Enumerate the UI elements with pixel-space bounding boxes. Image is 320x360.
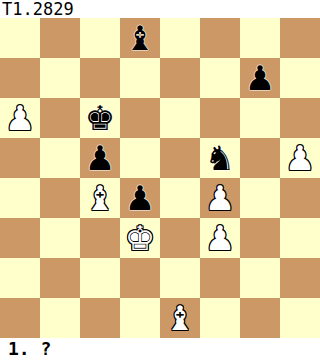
square-h8[interactable]: [280, 18, 320, 58]
chess-puzzle-window: T1.2829 ♝♟♟♚♟♞♟♝♟♟♚♟♝ 1. ?: [0, 0, 320, 360]
square-e7[interactable]: [160, 58, 200, 98]
white-king: ♚: [125, 218, 155, 258]
square-d2[interactable]: [120, 258, 160, 298]
square-c8[interactable]: [80, 18, 120, 58]
white-pawn: ♟: [5, 98, 35, 138]
square-e2[interactable]: [160, 258, 200, 298]
square-h6[interactable]: [280, 98, 320, 138]
chess-board: ♝♟♟♚♟♞♟♝♟♟♚♟♝: [0, 18, 320, 338]
square-b2[interactable]: [40, 258, 80, 298]
square-d7[interactable]: [120, 58, 160, 98]
square-h3[interactable]: [280, 218, 320, 258]
square-c3[interactable]: [80, 218, 120, 258]
square-d3[interactable]: ♚: [120, 218, 160, 258]
square-a3[interactable]: [0, 218, 40, 258]
square-a4[interactable]: [0, 178, 40, 218]
white-pawn: ♟: [205, 178, 235, 218]
black-knight: ♞: [205, 138, 235, 178]
puzzle-id-label: T1.2829: [2, 0, 74, 18]
square-b3[interactable]: [40, 218, 80, 258]
black-pawn: ♟: [125, 178, 155, 218]
square-c2[interactable]: [80, 258, 120, 298]
square-f5[interactable]: ♞: [200, 138, 240, 178]
square-d8[interactable]: ♝: [120, 18, 160, 58]
square-h5[interactable]: ♟: [280, 138, 320, 178]
square-a5[interactable]: [0, 138, 40, 178]
square-e3[interactable]: [160, 218, 200, 258]
square-g3[interactable]: [240, 218, 280, 258]
square-g7[interactable]: ♟: [240, 58, 280, 98]
square-b7[interactable]: [40, 58, 80, 98]
square-d6[interactable]: [120, 98, 160, 138]
square-h4[interactable]: [280, 178, 320, 218]
square-c6[interactable]: ♚: [80, 98, 120, 138]
square-g8[interactable]: [240, 18, 280, 58]
square-e5[interactable]: [160, 138, 200, 178]
square-c7[interactable]: [80, 58, 120, 98]
square-b6[interactable]: [40, 98, 80, 138]
square-b1[interactable]: [40, 298, 80, 338]
square-a7[interactable]: [0, 58, 40, 98]
square-e4[interactable]: [160, 178, 200, 218]
white-bishop: ♝: [165, 298, 195, 338]
square-g6[interactable]: [240, 98, 280, 138]
square-f4[interactable]: ♟: [200, 178, 240, 218]
square-f2[interactable]: [200, 258, 240, 298]
square-e6[interactable]: [160, 98, 200, 138]
square-d1[interactable]: [120, 298, 160, 338]
black-pawn: ♟: [245, 58, 275, 98]
square-d4[interactable]: ♟: [120, 178, 160, 218]
move-prompt: 1. ?: [8, 338, 51, 360]
square-a2[interactable]: [0, 258, 40, 298]
square-e8[interactable]: [160, 18, 200, 58]
square-g5[interactable]: [240, 138, 280, 178]
square-b8[interactable]: [40, 18, 80, 58]
white-bishop: ♝: [85, 178, 115, 218]
white-pawn: ♟: [205, 218, 235, 258]
square-h1[interactable]: [280, 298, 320, 338]
black-king: ♚: [85, 98, 115, 138]
white-pawn: ♟: [285, 138, 315, 178]
black-bishop: ♝: [125, 18, 155, 58]
square-c5[interactable]: ♟: [80, 138, 120, 178]
black-pawn: ♟: [85, 138, 115, 178]
square-c1[interactable]: [80, 298, 120, 338]
square-f1[interactable]: [200, 298, 240, 338]
square-f7[interactable]: [200, 58, 240, 98]
square-f3[interactable]: ♟: [200, 218, 240, 258]
square-g1[interactable]: [240, 298, 280, 338]
square-h2[interactable]: [280, 258, 320, 298]
square-b5[interactable]: [40, 138, 80, 178]
square-a8[interactable]: [0, 18, 40, 58]
square-f6[interactable]: [200, 98, 240, 138]
square-a6[interactable]: ♟: [0, 98, 40, 138]
square-d5[interactable]: [120, 138, 160, 178]
square-a1[interactable]: [0, 298, 40, 338]
square-h7[interactable]: [280, 58, 320, 98]
square-f8[interactable]: [200, 18, 240, 58]
square-b4[interactable]: [40, 178, 80, 218]
square-c4[interactable]: ♝: [80, 178, 120, 218]
square-g4[interactable]: [240, 178, 280, 218]
square-g2[interactable]: [240, 258, 280, 298]
square-e1[interactable]: ♝: [160, 298, 200, 338]
